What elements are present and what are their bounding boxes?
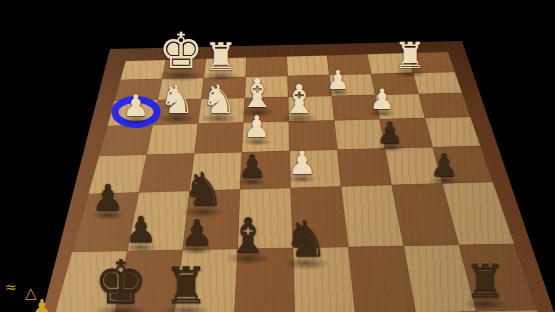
board-square-d5[interactable]: [290, 150, 342, 188]
board-square-e4[interactable]: [242, 122, 290, 153]
board-square-g5[interactable]: [139, 154, 195, 193]
chess-app-window: ♜♚♜♟♝♟♞♞♝♟♟♟♟♟♟♞♟♟♟♝♞♜♜♚ ≈△♟: [0, 0, 555, 312]
board-square-b4[interactable]: [380, 118, 433, 148]
board-square-h1[interactable]: [120, 60, 166, 80]
board-square-d6[interactable]: [291, 187, 349, 249]
board-square-g1[interactable]: [162, 59, 206, 79]
board-square-f7[interactable]: [174, 249, 238, 312]
board-square-f1[interactable]: [204, 58, 247, 78]
board-square-e3[interactable]: [244, 97, 289, 123]
board-square-a1[interactable]: [408, 52, 455, 73]
board-square-d2[interactable]: [288, 75, 332, 97]
board-square-d3[interactable]: [288, 96, 334, 122]
board-square-c4[interactable]: [334, 119, 385, 150]
board-square-c1[interactable]: [327, 54, 371, 75]
board-square-a2[interactable]: [413, 72, 462, 94]
board-square-f6[interactable]: [183, 190, 240, 251]
board-square-d1[interactable]: [287, 55, 330, 76]
board-square-e2[interactable]: [245, 76, 288, 98]
board-square-e7[interactable]: [234, 248, 295, 312]
board-square-c5[interactable]: [337, 149, 391, 187]
chess-board-3d: [0, 0, 555, 312]
board-square-b3[interactable]: [375, 94, 425, 119]
board-square-a3[interactable]: [419, 93, 471, 118]
board-square-f4[interactable]: [194, 123, 243, 154]
board-square-e5[interactable]: [240, 151, 291, 190]
board-square-a4[interactable]: [425, 117, 480, 147]
board-square-f2[interactable]: [201, 77, 246, 99]
board-square-d7[interactable]: [293, 247, 355, 312]
board-square-b1[interactable]: [367, 53, 413, 74]
board-square-b5[interactable]: [385, 147, 442, 185]
board-square-g2[interactable]: [158, 78, 204, 100]
board-square-f5[interactable]: [190, 152, 243, 191]
board-square-g4[interactable]: [147, 124, 199, 155]
board-square-d4[interactable]: [289, 120, 338, 151]
board-square-h4[interactable]: [99, 125, 153, 156]
board-square-e1[interactable]: [246, 57, 288, 78]
board-square-c2[interactable]: [329, 74, 375, 96]
board-square-f3[interactable]: [198, 98, 245, 124]
board-square-b2[interactable]: [371, 73, 419, 95]
board-square-e6[interactable]: [238, 188, 293, 249]
board-square-c3[interactable]: [332, 95, 380, 120]
